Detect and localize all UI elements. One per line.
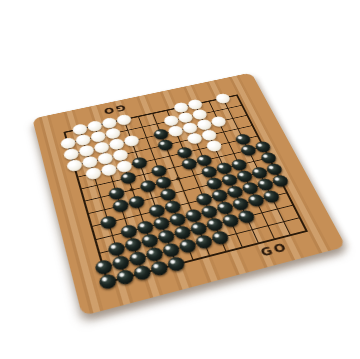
go-board-photo: GO GO xyxy=(0,0,360,359)
go-board[interactable]: GO GO xyxy=(32,73,346,316)
board-wood: GO GO xyxy=(32,73,346,316)
